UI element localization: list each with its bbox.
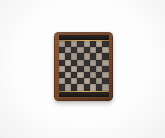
square-h1 — [102, 84, 108, 90]
board-grid — [59, 41, 109, 91]
board-inlay-band-bottom — [59, 92, 109, 97]
photo-background — [0, 0, 165, 138]
chess-board — [54, 32, 113, 101]
